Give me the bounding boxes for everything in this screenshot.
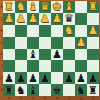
- black-pawn-f2[interactable]: ♟: [64, 73, 74, 84]
- square-d3[interactable]: [39, 60, 51, 72]
- black-rook-h1[interactable]: ♜: [88, 85, 98, 96]
- rank-label-6: 6: [0, 25, 3, 37]
- white-pawn-h6[interactable]: ♟: [88, 25, 98, 36]
- square-b3[interactable]: [15, 60, 27, 72]
- rank-label-1: 1: [0, 84, 3, 96]
- square-d4[interactable]: [39, 49, 51, 61]
- square-h1[interactable]: ♜: [87, 84, 99, 96]
- black-king-e1[interactable]: ♚: [52, 85, 62, 96]
- white-bishop-f8[interactable]: ♝: [64, 1, 74, 12]
- black-pawn-b2[interactable]: ♟: [16, 73, 26, 84]
- square-h7[interactable]: [87, 13, 99, 25]
- white-pawn-a7[interactable]: ♟: [4, 13, 14, 24]
- square-d8[interactable]: ♛: [39, 1, 51, 13]
- chess-board: ♜♞♝♛♚♝♜♟♟♟♟♟♛♞♟♟♝♟♟♟♟♟♟♟♟♜♞♝♚♞♜: [3, 1, 99, 96]
- square-f7[interactable]: ♛: [63, 13, 75, 25]
- white-bishop-c8[interactable]: ♝: [28, 1, 38, 12]
- square-e2[interactable]: [51, 72, 63, 84]
- square-b4[interactable]: [15, 49, 27, 61]
- square-c3[interactable]: [27, 60, 39, 72]
- rank-label-3: 3: [0, 60, 3, 72]
- square-b7[interactable]: ♟: [15, 13, 27, 25]
- square-g2[interactable]: ♟: [75, 72, 87, 84]
- square-f6[interactable]: ♞: [63, 25, 75, 37]
- square-g8[interactable]: [75, 1, 87, 13]
- square-d6[interactable]: [39, 25, 51, 37]
- square-e8[interactable]: ♚: [51, 1, 63, 13]
- rank-label-5: 5: [0, 37, 3, 49]
- square-g4[interactable]: [75, 49, 87, 61]
- white-pawn-c7[interactable]: ♟: [28, 13, 38, 24]
- square-c6[interactable]: [27, 25, 39, 37]
- black-knight-g1[interactable]: ♞: [76, 85, 86, 96]
- square-a1[interactable]: ♜: [3, 84, 15, 96]
- rank-labels: 87654321: [0, 1, 3, 96]
- square-a3[interactable]: [3, 60, 15, 72]
- square-d7[interactable]: ♟: [39, 13, 51, 25]
- white-pawn-e7[interactable]: ♟: [52, 13, 62, 24]
- square-b1[interactable]: ♞: [15, 84, 27, 96]
- black-pawn-c2[interactable]: ♟: [28, 73, 38, 84]
- square-f8[interactable]: ♝: [63, 1, 75, 13]
- square-e3[interactable]: [51, 60, 63, 72]
- square-h2[interactable]: ♟: [87, 72, 99, 84]
- black-pawn-h2[interactable]: ♟: [88, 73, 98, 84]
- rank-label-2: 2: [0, 72, 3, 84]
- square-h8[interactable]: ♜: [87, 1, 99, 13]
- square-a5[interactable]: [3, 37, 15, 49]
- file-label-g: g: [75, 96, 87, 100]
- square-e1[interactable]: ♚: [51, 84, 63, 96]
- square-b6[interactable]: [15, 25, 27, 37]
- square-c8[interactable]: ♝: [27, 1, 39, 13]
- square-g1[interactable]: ♞: [75, 84, 87, 96]
- black-pawn-d2[interactable]: ♟: [40, 73, 50, 84]
- square-g7[interactable]: [75, 13, 87, 25]
- square-h3[interactable]: [87, 60, 99, 72]
- file-label-h: h: [87, 96, 99, 100]
- square-c4[interactable]: ♝: [27, 49, 39, 61]
- board-frame: ♜♞♝♛♚♝♜♟♟♟♟♟♛♞♟♟♝♟♟♟♟♟♟♟♟♜♞♝♚♞♜ abcdefgh…: [0, 0, 100, 100]
- square-c5[interactable]: [27, 37, 39, 49]
- rank-label-8: 8: [0, 1, 3, 13]
- square-g6[interactable]: [75, 25, 87, 37]
- square-a4[interactable]: [3, 49, 15, 61]
- square-e4[interactable]: ♟: [51, 49, 63, 61]
- square-f5[interactable]: [63, 37, 75, 49]
- square-f1[interactable]: [63, 84, 75, 96]
- square-c7[interactable]: ♟: [27, 13, 39, 25]
- black-pawn-g2[interactable]: ♟: [76, 73, 86, 84]
- black-pawn-e4[interactable]: ♟: [52, 49, 62, 60]
- square-f4[interactable]: [63, 49, 75, 61]
- white-queen-d8[interactable]: ♛: [40, 1, 50, 12]
- black-knight-b1[interactable]: ♞: [16, 85, 26, 96]
- white-knight-b8[interactable]: ♞: [16, 1, 26, 12]
- square-f3[interactable]: [63, 60, 75, 72]
- square-d1[interactable]: [39, 84, 51, 96]
- square-c1[interactable]: ♝: [27, 84, 39, 96]
- rank-label-4: 4: [0, 49, 3, 61]
- square-e6[interactable]: [51, 25, 63, 37]
- square-b8[interactable]: ♞: [15, 1, 27, 13]
- file-label-b: b: [15, 96, 27, 100]
- square-c2[interactable]: ♟: [27, 72, 39, 84]
- white-pawn-b7[interactable]: ♟: [16, 13, 26, 24]
- square-b5[interactable]: [15, 37, 27, 49]
- square-b2[interactable]: ♟: [15, 72, 27, 84]
- black-bishop-c4[interactable]: ♝: [28, 49, 38, 60]
- file-label-c: c: [27, 96, 39, 100]
- square-e7[interactable]: ♟: [51, 13, 63, 25]
- square-a8[interactable]: ♜: [3, 1, 15, 13]
- square-e5[interactable]: [51, 37, 63, 49]
- square-h5[interactable]: [87, 37, 99, 49]
- white-knight-f6[interactable]: ♞: [64, 25, 74, 36]
- file-label-f: f: [63, 96, 75, 100]
- black-bishop-c1[interactable]: ♝: [28, 85, 38, 96]
- rank-label-7: 7: [0, 13, 3, 25]
- square-a2[interactable]: ♟: [3, 72, 15, 84]
- square-g3[interactable]: [75, 60, 87, 72]
- black-pawn-a2[interactable]: ♟: [4, 73, 14, 84]
- square-h4[interactable]: [87, 49, 99, 61]
- white-pawn-g5[interactable]: ♟: [76, 37, 86, 48]
- file-label-a: a: [3, 96, 15, 100]
- square-f2[interactable]: ♟: [63, 72, 75, 84]
- square-d2[interactable]: ♟: [39, 72, 51, 84]
- file-labels: abcdefgh: [3, 96, 99, 100]
- file-label-d: d: [39, 96, 51, 100]
- file-label-e: e: [51, 96, 63, 100]
- white-king-e8[interactable]: ♚: [52, 1, 62, 12]
- square-a7[interactable]: ♟: [3, 13, 15, 25]
- white-pawn-d7[interactable]: ♟: [40, 13, 50, 24]
- black-rook-a1[interactable]: ♜: [4, 85, 14, 96]
- square-g5[interactable]: ♟: [75, 37, 87, 49]
- square-d5[interactable]: [39, 37, 51, 49]
- square-h6[interactable]: ♟: [87, 25, 99, 37]
- white-rook-a8[interactable]: ♜: [4, 1, 14, 12]
- white-rook-h8[interactable]: ♜: [88, 1, 98, 12]
- black-queen-f7[interactable]: ♛: [64, 13, 74, 24]
- square-a6[interactable]: [3, 25, 15, 37]
